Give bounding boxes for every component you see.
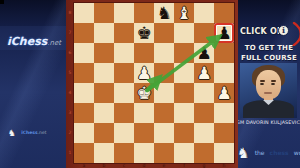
knight-icon: ♞ (8, 128, 16, 138)
rank-label-3: 3 (66, 103, 74, 123)
red-swoosh-icon (292, 22, 300, 46)
tagline-line2: FULL COURSE (238, 54, 300, 64)
square-c7 (114, 23, 134, 43)
rank-label-5: 5 (66, 63, 74, 83)
square-e6 (154, 43, 174, 63)
square-h2 (214, 123, 234, 143)
file-label-d: d (134, 163, 154, 168)
square-a7 (74, 23, 94, 43)
mini-logo-text: iChess (21, 130, 37, 135)
square-b1 (94, 143, 114, 163)
file-label-b: b (94, 163, 114, 168)
black-knight-e8: ♞ (154, 3, 174, 23)
white-king-d4: ♚ (134, 83, 154, 103)
square-c3 (114, 103, 134, 123)
square-f3 (174, 103, 194, 123)
board-squares: ♞♝♚♟♟♟♟♚♟ (74, 3, 234, 163)
square-b6 (94, 43, 114, 63)
square-c6 (114, 43, 134, 63)
square-d4: ♚ (134, 83, 154, 103)
info-icon[interactable]: i (278, 25, 289, 36)
square-d3 (134, 103, 154, 123)
square-h4: ♟ (214, 83, 234, 103)
knight-icon: ♞ (237, 145, 250, 161)
gm-name-caption: GM DAVORIN KULJASEVIC (236, 120, 300, 125)
square-g3 (194, 103, 214, 123)
square-e2 (154, 123, 174, 143)
tagline-line1: TO GET THE (238, 44, 300, 54)
square-a8 (74, 3, 94, 23)
square-g6: ♟ (194, 43, 214, 63)
square-d8 (134, 3, 154, 23)
square-e3 (154, 103, 174, 123)
black-pawn-h7: ♟ (214, 23, 234, 43)
square-f1 (174, 143, 194, 163)
corner-artifact (0, 0, 4, 4)
square-g4 (194, 83, 214, 103)
thechessworld-logo: ♞ the chess world (237, 142, 300, 161)
white-bishop-f8: ♝ (174, 3, 194, 23)
black-pawn-g6: ♟ (194, 43, 214, 63)
square-c5 (114, 63, 134, 83)
square-b3 (94, 103, 114, 123)
square-e7 (154, 23, 174, 43)
square-a2 (74, 123, 94, 143)
square-a3 (74, 103, 94, 123)
file-label-h: h (214, 163, 234, 168)
ichess-logo-suffix: .net (47, 39, 61, 47)
ichess-logo: iChess.net (7, 30, 61, 49)
file-label-g: g (194, 163, 214, 168)
square-e8: ♞ (154, 3, 174, 23)
square-f5 (174, 63, 194, 83)
square-f8: ♝ (174, 3, 194, 23)
square-d7: ♚ (134, 23, 154, 43)
square-a4 (74, 83, 94, 103)
square-g1 (194, 143, 214, 163)
rank-label-7: 7 (66, 23, 74, 43)
square-d2 (134, 123, 154, 143)
square-h5 (214, 63, 234, 83)
white-pawn-g5: ♟ (194, 63, 214, 83)
rank-label-1: 1 (66, 143, 74, 163)
square-a6 (74, 43, 94, 63)
rank-label-6: 6 (66, 43, 74, 63)
square-g5: ♟ (194, 63, 214, 83)
square-b8 (94, 3, 114, 23)
square-f7 (174, 23, 194, 43)
square-e4 (154, 83, 174, 103)
video-thumbnail: iChess.net ♞ iChess.net CLICK ON i TO GE… (0, 0, 300, 168)
square-f6 (174, 43, 194, 63)
white-pawn-h4: ♟ (214, 83, 234, 103)
mini-logo-suffix: .net (38, 130, 47, 135)
file-label-c: c (114, 163, 134, 168)
square-c4 (114, 83, 134, 103)
square-h3 (214, 103, 234, 123)
square-f2 (174, 123, 194, 143)
tcw-word-the: the (255, 149, 265, 156)
square-g2 (194, 123, 214, 143)
rank-label-4: 4 (66, 83, 74, 103)
square-h6 (214, 43, 234, 63)
square-c8 (114, 3, 134, 23)
square-b5 (94, 63, 114, 83)
rank-label-2: 2 (66, 123, 74, 143)
file-label-f: f (174, 163, 194, 168)
course-tagline: TO GET THE FULL COURSE (238, 44, 300, 63)
click-on-callout[interactable]: CLICK ON i (240, 25, 300, 39)
gm-portrait-photo (240, 63, 297, 118)
portrait-face (256, 70, 281, 99)
square-h7: ♟ (214, 23, 234, 43)
square-a1 (74, 143, 94, 163)
square-e1 (154, 143, 174, 163)
white-pawn-d5: ♟ (134, 63, 154, 83)
square-c1 (114, 143, 134, 163)
ichess-mini-logo: ♞ iChess.net (8, 122, 46, 141)
chess-board: ♞♝♚♟♟♟♟♚♟ abcdefgh 87654321 (66, 0, 238, 168)
square-b7 (94, 23, 114, 43)
square-c2 (114, 123, 134, 143)
square-d5: ♟ (134, 63, 154, 83)
file-label-a: a (74, 163, 94, 168)
file-label-e: e (154, 163, 174, 168)
square-h1 (214, 143, 234, 163)
square-g7 (194, 23, 214, 43)
square-d1 (134, 143, 154, 163)
square-b4 (94, 83, 114, 103)
black-king-d7: ♚ (134, 23, 154, 43)
square-a5 (74, 63, 94, 83)
ichess-logo-text: iChess (7, 35, 47, 48)
square-f4 (174, 83, 194, 103)
square-d6 (134, 43, 154, 63)
tcw-word-chess: chess (270, 149, 289, 156)
square-b2 (94, 123, 114, 143)
tcw-word-world: world (294, 149, 300, 156)
rank-label-8: 8 (66, 3, 74, 23)
square-g8 (194, 3, 214, 23)
square-e5 (154, 63, 174, 83)
square-h8 (214, 3, 234, 23)
